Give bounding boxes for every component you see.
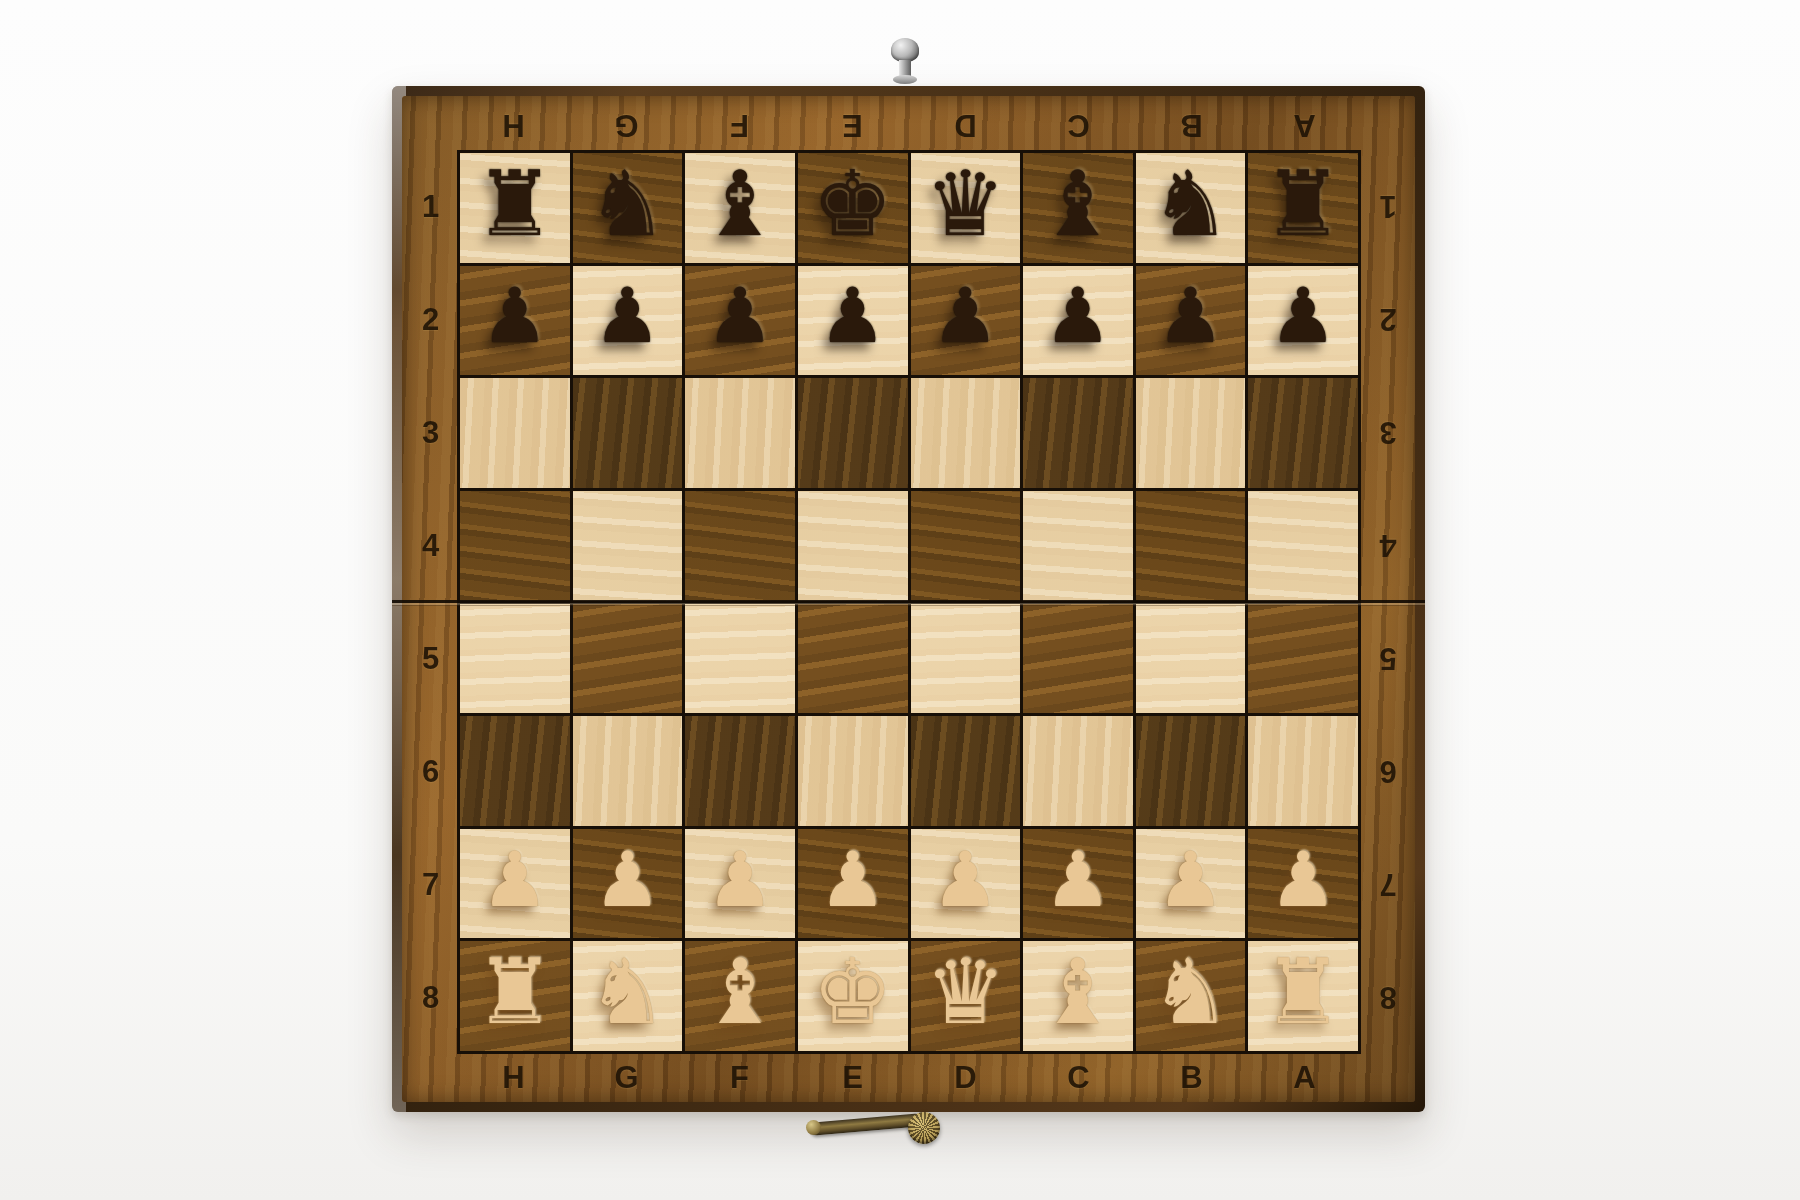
square-a6[interactable] — [1248, 716, 1358, 826]
square-d1[interactable]: ♛ — [911, 153, 1021, 263]
white-rook-a8[interactable]: ♜ — [1263, 947, 1344, 1037]
black-pawn-c2[interactable]: ♟ — [1044, 278, 1112, 354]
square-h5[interactable] — [460, 604, 570, 714]
square-f7[interactable]: ♟ — [685, 829, 795, 939]
white-pawn-e7[interactable]: ♟ — [819, 842, 887, 918]
black-pawn-f2[interactable]: ♟ — [706, 278, 774, 354]
black-knight-g1[interactable]: ♞ — [587, 159, 668, 249]
knob-cap — [891, 38, 919, 62]
black-rook-a1[interactable]: ♜ — [1263, 159, 1344, 249]
white-bishop-f8[interactable]: ♝ — [700, 947, 781, 1037]
square-d7[interactable]: ♟ — [911, 829, 1021, 939]
square-a1[interactable]: ♜ — [1248, 153, 1358, 263]
white-pawn-c7[interactable]: ♟ — [1044, 842, 1112, 918]
square-a5[interactable] — [1248, 604, 1358, 714]
clasp-end-ball — [806, 1120, 821, 1135]
white-pawn-d7[interactable]: ♟ — [931, 842, 999, 918]
square-a4[interactable] — [1248, 491, 1358, 601]
square-e1[interactable]: ♚ — [798, 153, 908, 263]
square-e4[interactable] — [798, 491, 908, 601]
square-d5[interactable] — [911, 604, 1021, 714]
square-d6[interactable] — [911, 716, 1021, 826]
white-king-e8[interactable]: ♚ — [812, 947, 893, 1037]
white-queen-d8[interactable]: ♛ — [925, 947, 1006, 1037]
square-c4[interactable] — [1023, 491, 1133, 601]
black-pawn-b2[interactable]: ♟ — [1156, 278, 1224, 354]
black-rook-h1[interactable]: ♜ — [474, 159, 555, 249]
square-d2[interactable]: ♟ — [911, 266, 1021, 376]
square-b7[interactable]: ♟ — [1136, 829, 1246, 939]
square-g1[interactable]: ♞ — [573, 153, 683, 263]
black-pawn-h2[interactable]: ♟ — [481, 278, 549, 354]
square-b4[interactable] — [1136, 491, 1246, 601]
square-c7[interactable]: ♟ — [1023, 829, 1133, 939]
white-knight-g8[interactable]: ♞ — [587, 947, 668, 1037]
latch-knob-top — [890, 38, 920, 88]
square-c6[interactable] — [1023, 716, 1133, 826]
square-h1[interactable]: ♜ — [460, 153, 570, 263]
square-b6[interactable] — [1136, 716, 1246, 826]
square-e8[interactable]: ♚ — [798, 941, 908, 1051]
square-e5[interactable] — [798, 604, 908, 714]
square-a7[interactable]: ♟ — [1248, 829, 1358, 939]
black-king-e1[interactable]: ♚ — [812, 159, 893, 249]
square-f8[interactable]: ♝ — [685, 941, 795, 1051]
square-g3[interactable] — [573, 378, 683, 488]
square-h4[interactable] — [460, 491, 570, 601]
white-rook-h8[interactable]: ♜ — [474, 947, 555, 1037]
square-a2[interactable]: ♟ — [1248, 266, 1358, 376]
square-f3[interactable] — [685, 378, 795, 488]
square-g8[interactable]: ♞ — [573, 941, 683, 1051]
square-g4[interactable] — [573, 491, 683, 601]
white-pawn-b7[interactable]: ♟ — [1156, 842, 1224, 918]
square-e6[interactable] — [798, 716, 908, 826]
square-g6[interactable] — [573, 716, 683, 826]
black-pawn-a2[interactable]: ♟ — [1269, 278, 1337, 354]
square-d3[interactable] — [911, 378, 1021, 488]
black-knight-b1[interactable]: ♞ — [1150, 159, 1231, 249]
clasp-knob — [908, 1112, 940, 1144]
white-pawn-a7[interactable]: ♟ — [1269, 842, 1337, 918]
square-h2[interactable]: ♟ — [460, 266, 570, 376]
black-pawn-e2[interactable]: ♟ — [819, 278, 887, 354]
square-b1[interactable]: ♞ — [1136, 153, 1246, 263]
black-bishop-c1[interactable]: ♝ — [1038, 159, 1119, 249]
white-knight-b8[interactable]: ♞ — [1150, 947, 1231, 1037]
square-h8[interactable]: ♜ — [460, 941, 570, 1051]
square-b2[interactable]: ♟ — [1136, 266, 1246, 376]
black-pawn-g2[interactable]: ♟ — [593, 278, 661, 354]
square-c2[interactable]: ♟ — [1023, 266, 1133, 376]
square-g2[interactable]: ♟ — [573, 266, 683, 376]
brass-clasp-bottom — [810, 1108, 950, 1154]
white-pawn-f7[interactable]: ♟ — [706, 842, 774, 918]
square-h6[interactable] — [460, 716, 570, 826]
knob-foot — [893, 75, 917, 84]
square-f2[interactable]: ♟ — [685, 266, 795, 376]
square-c1[interactable]: ♝ — [1023, 153, 1133, 263]
board-grid: ♜♞♝♚♛♝♞♜♟♟♟♟♟♟♟♟♟♟♟♟♟♟♟♟♜♞♝♚♛♝♞♜ — [457, 150, 1361, 1054]
white-bishop-c8[interactable]: ♝ — [1038, 947, 1119, 1037]
black-bishop-f1[interactable]: ♝ — [700, 159, 781, 249]
square-b3[interactable] — [1136, 378, 1246, 488]
square-c8[interactable]: ♝ — [1023, 941, 1133, 1051]
white-pawn-h7[interactable]: ♟ — [481, 842, 549, 918]
white-pawn-g7[interactable]: ♟ — [593, 842, 661, 918]
square-a3[interactable] — [1248, 378, 1358, 488]
square-f1[interactable]: ♝ — [685, 153, 795, 263]
square-h3[interactable] — [460, 378, 570, 488]
square-b5[interactable] — [1136, 604, 1246, 714]
square-d8[interactable]: ♛ — [911, 941, 1021, 1051]
square-f4[interactable] — [685, 491, 795, 601]
square-f5[interactable] — [685, 604, 795, 714]
chess-board: HGFEDCBA HGFEDCBA 12345678 12345678 ♜♞♝♚… — [392, 86, 1425, 1112]
square-h7[interactable]: ♟ — [460, 829, 570, 939]
square-g5[interactable] — [573, 604, 683, 714]
square-f6[interactable] — [685, 716, 795, 826]
square-g7[interactable]: ♟ — [573, 829, 683, 939]
square-d4[interactable] — [911, 491, 1021, 601]
square-c5[interactable] — [1023, 604, 1133, 714]
square-e7[interactable]: ♟ — [798, 829, 908, 939]
square-b8[interactable]: ♞ — [1136, 941, 1246, 1051]
photo-backdrop: HGFEDCBA HGFEDCBA 12345678 12345678 ♜♞♝♚… — [0, 0, 1800, 1200]
square-e2[interactable]: ♟ — [798, 266, 908, 376]
black-queen-d1[interactable]: ♛ — [925, 159, 1006, 249]
square-e3[interactable] — [798, 378, 908, 488]
square-c3[interactable] — [1023, 378, 1133, 488]
black-pawn-d2[interactable]: ♟ — [931, 278, 999, 354]
square-a8[interactable]: ♜ — [1248, 941, 1358, 1051]
clasp-hook-bar — [810, 1113, 923, 1136]
